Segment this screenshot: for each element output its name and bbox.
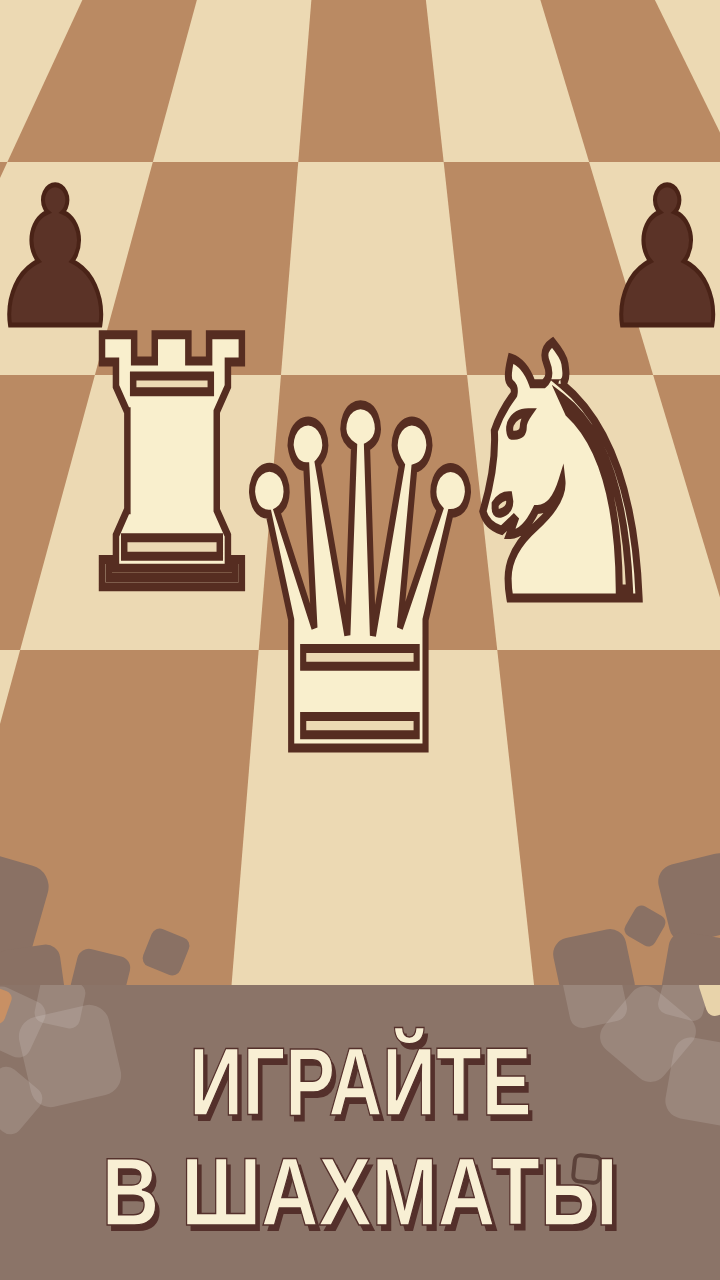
promo-title-line1: ИГРАЙТЕ (0, 1027, 720, 1137)
promo-banner: ИГРАЙТЕ В ШАХМАТЫ (0, 985, 720, 1280)
white-knight-piece: ♞ (439, 302, 684, 652)
promo-screen: ♟♟♜♛♞ ИГРАЙТЕ В ШАХМАТЫ (0, 0, 720, 1280)
promo-title: ИГРАЙТЕ В ШАХМАТЫ (0, 1027, 720, 1247)
promo-title-line2: В ШАХМАТЫ (0, 1137, 720, 1247)
board-dark-square (298, 0, 443, 162)
